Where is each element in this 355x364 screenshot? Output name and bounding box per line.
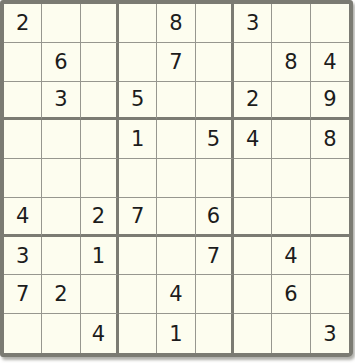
cell-r6c3[interactable]: 2 [81,198,119,237]
cell-r4c8[interactable] [272,120,310,159]
cell-r6c9[interactable] [311,198,349,237]
cell-r7c8[interactable]: 4 [272,237,310,276]
cell-r9c4[interactable] [119,314,157,353]
cell-r1c7[interactable]: 3 [234,4,272,43]
cell-r7c5[interactable] [157,237,195,276]
cell-r3c4[interactable]: 5 [119,82,157,121]
cell-r4c4[interactable]: 1 [119,120,157,159]
cell-r9c6[interactable] [196,314,234,353]
cell-r5c7[interactable] [234,159,272,198]
cell-r6c2[interactable] [42,198,80,237]
cell-r9c2[interactable] [42,314,80,353]
cell-r9c7[interactable] [234,314,272,353]
cell-r4c3[interactable] [81,120,119,159]
cell-r6c1[interactable]: 4 [4,198,42,237]
cell-r1c3[interactable] [81,4,119,43]
cell-r9c3[interactable]: 4 [81,314,119,353]
cell-r8c6[interactable] [196,275,234,314]
cell-r2c9[interactable]: 4 [311,43,349,82]
cell-r7c1[interactable]: 3 [4,237,42,276]
cell-r4c7[interactable]: 4 [234,120,272,159]
cell-r6c6[interactable]: 6 [196,198,234,237]
cell-r5c4[interactable] [119,159,157,198]
cell-r2c5[interactable]: 7 [157,43,195,82]
cell-r5c2[interactable] [42,159,80,198]
cell-r5c6[interactable] [196,159,234,198]
cell-r1c4[interactable] [119,4,157,43]
cell-r3c2[interactable]: 3 [42,82,80,121]
cell-r7c2[interactable] [42,237,80,276]
cell-r4c9[interactable]: 8 [311,120,349,159]
cell-r4c5[interactable] [157,120,195,159]
cell-r8c8[interactable]: 6 [272,275,310,314]
cell-r8c3[interactable] [81,275,119,314]
cell-r7c9[interactable] [311,237,349,276]
cell-r2c7[interactable] [234,43,272,82]
cell-r3c1[interactable] [4,82,42,121]
cell-r8c2[interactable]: 2 [42,275,80,314]
cell-r1c9[interactable] [311,4,349,43]
cell-r3c9[interactable]: 9 [311,82,349,121]
cell-r2c3[interactable] [81,43,119,82]
cell-r8c5[interactable]: 4 [157,275,195,314]
cell-r5c3[interactable] [81,159,119,198]
cell-r5c5[interactable] [157,159,195,198]
cell-r3c5[interactable] [157,82,195,121]
cell-r1c6[interactable] [196,4,234,43]
sudoku-board: 283678435291548427631747246413 [0,0,353,357]
cell-r3c3[interactable] [81,82,119,121]
cell-r2c8[interactable]: 8 [272,43,310,82]
cell-r8c1[interactable]: 7 [4,275,42,314]
page: 283678435291548427631747246413 [0,0,355,364]
cell-r2c2[interactable]: 6 [42,43,80,82]
cell-r7c3[interactable]: 1 [81,237,119,276]
cell-r7c6[interactable]: 7 [196,237,234,276]
cell-r8c9[interactable] [311,275,349,314]
cell-r3c8[interactable] [272,82,310,121]
cell-r7c4[interactable] [119,237,157,276]
cell-r6c4[interactable]: 7 [119,198,157,237]
cell-r4c6[interactable]: 5 [196,120,234,159]
cell-r6c7[interactable] [234,198,272,237]
cell-r1c8[interactable] [272,4,310,43]
cell-r6c8[interactable] [272,198,310,237]
cell-r4c2[interactable] [42,120,80,159]
cell-r3c6[interactable] [196,82,234,121]
cell-r9c8[interactable] [272,314,310,353]
cell-r9c9[interactable]: 3 [311,314,349,353]
cell-r1c5[interactable]: 8 [157,4,195,43]
cell-r2c4[interactable] [119,43,157,82]
cell-r7c7[interactable] [234,237,272,276]
cell-r5c1[interactable] [4,159,42,198]
cell-r5c8[interactable] [272,159,310,198]
cell-r1c2[interactable] [42,4,80,43]
cell-r5c9[interactable] [311,159,349,198]
cell-r2c6[interactable] [196,43,234,82]
cell-r3c7[interactable]: 2 [234,82,272,121]
cell-r4c1[interactable] [4,120,42,159]
cell-r1c1[interactable]: 2 [4,4,42,43]
cell-r6c5[interactable] [157,198,195,237]
cell-r9c5[interactable]: 1 [157,314,195,353]
cell-r9c1[interactable] [4,314,42,353]
cell-r8c4[interactable] [119,275,157,314]
cell-r8c7[interactable] [234,275,272,314]
cell-r2c1[interactable] [4,43,42,82]
